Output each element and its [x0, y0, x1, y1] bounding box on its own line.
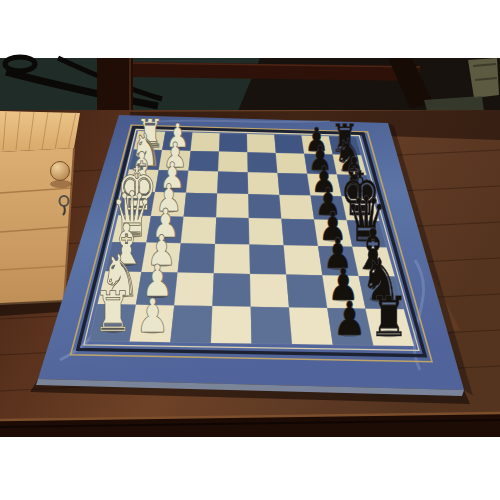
square-f4	[217, 172, 248, 195]
square-f5	[248, 172, 280, 195]
box-knob	[51, 162, 70, 181]
knob-shadow	[50, 180, 72, 188]
square-d5	[249, 218, 284, 245]
square-b3	[174, 273, 214, 307]
chess-photo: ♜♟♟♜♞♟♟♞♝♟♟♝♚♟♟♚♛♟♟♛♝♟♟♝♞♟♟♞♜♟♟♜	[0, 0, 500, 500]
square-d4	[215, 217, 249, 244]
table-leg	[97, 58, 133, 115]
square-g4	[218, 152, 248, 173]
square-f3	[186, 171, 218, 194]
white-rook-glyph: ♜	[93, 280, 133, 344]
square-c4	[214, 244, 250, 274]
square-b5	[250, 274, 289, 307]
square-b4	[212, 273, 250, 306]
square-g6	[276, 153, 307, 174]
black-rook: ♜	[369, 285, 409, 349]
square-a4	[211, 306, 252, 343]
square-g3	[188, 151, 219, 172]
white-pawn: ♟	[136, 289, 170, 343]
black-rook-glyph: ♜	[369, 285, 409, 349]
square-h4	[219, 133, 247, 152]
square-h3	[191, 133, 220, 152]
white-rook: ♜	[93, 280, 133, 344]
square-e5	[248, 194, 281, 219]
square-e6	[279, 195, 314, 220]
square-h5	[247, 134, 276, 153]
square-a3	[170, 305, 212, 343]
square-a5	[251, 307, 292, 344]
square-d3	[181, 217, 216, 244]
black-pawn-glyph: ♟	[333, 292, 367, 346]
black-pawn: ♟	[333, 292, 367, 346]
square-g5	[247, 152, 277, 173]
square-d6	[281, 219, 318, 246]
square-c5	[249, 245, 286, 275]
square-e3	[184, 193, 218, 218]
square-c6	[284, 245, 323, 275]
chess-photo-scene: ♜♟♟♜♞♟♟♞♝♟♟♝♚♟♟♚♛♟♟♛♝♟♟♝♞♟♟♞♜♟♟♜	[0, 0, 500, 500]
square-b6	[286, 275, 327, 308]
square-h6	[274, 135, 304, 154]
white-pawn-glyph: ♟	[136, 289, 170, 343]
square-a6	[289, 307, 333, 344]
square-c3	[178, 243, 216, 273]
square-e4	[216, 193, 249, 218]
square-f6	[278, 173, 311, 196]
